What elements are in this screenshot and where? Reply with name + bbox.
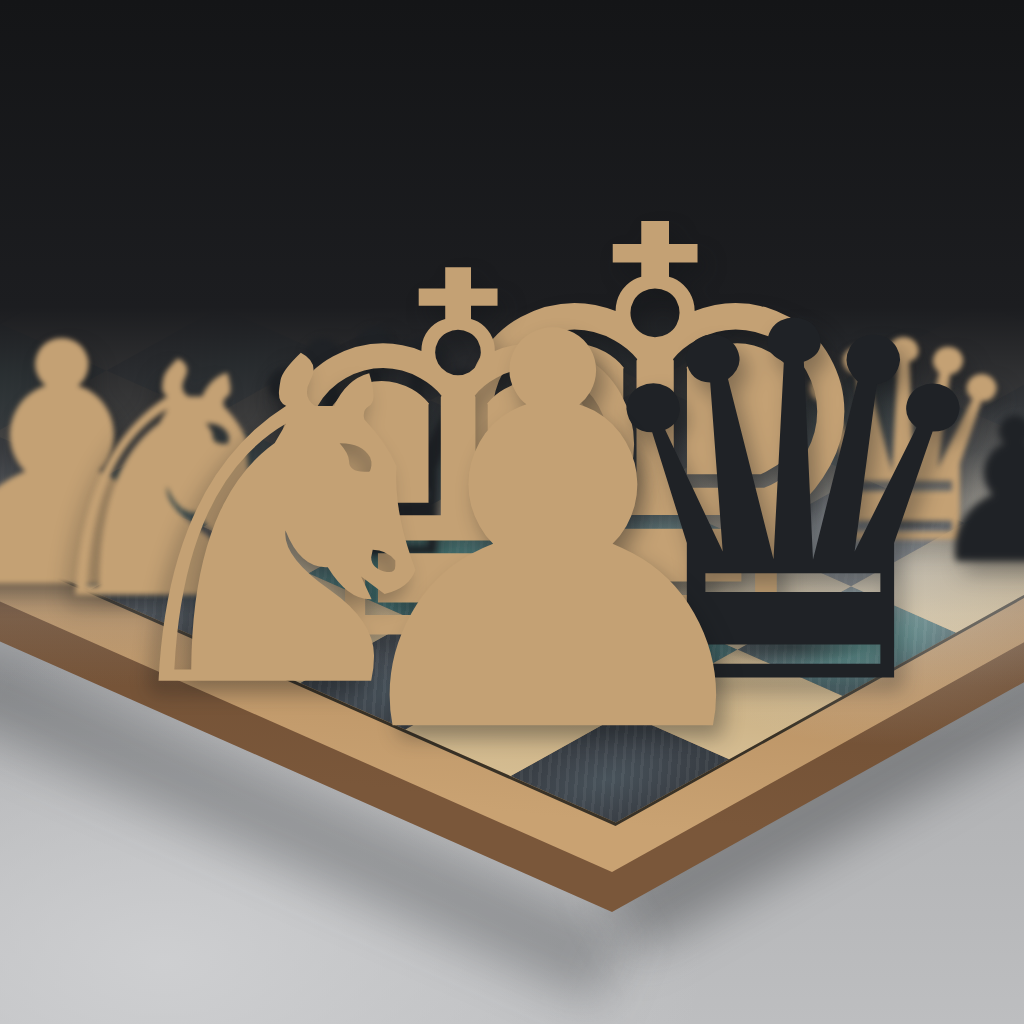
chess-photo-scene: ♟♞♞♛♚♟♚♛♛♟: [0, 0, 1024, 1024]
